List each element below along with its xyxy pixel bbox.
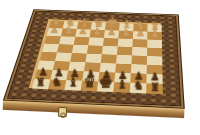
square-r4c4[interactable] <box>87 45 103 54</box>
square-r4c3[interactable] <box>72 45 88 54</box>
light-pawn[interactable]: ♟ <box>107 27 116 37</box>
square-r8c6[interactable]: ♝ <box>113 82 130 93</box>
light-pawn[interactable]: ♟ <box>50 25 59 35</box>
light-pawn[interactable]: ♟ <box>64 26 73 36</box>
square-r3c7[interactable] <box>132 39 147 48</box>
chess-board: ♜♞♝♛♚♝♞♜♟♟♟♟♟♟♟♟♟♟♟♟♟♟♟♟♜♞♝♛♚♝♞♜ <box>4 10 183 108</box>
square-r3c4[interactable] <box>88 37 104 46</box>
light-pawn[interactable]: ♟ <box>150 29 159 39</box>
square-r3c6[interactable] <box>118 38 133 47</box>
square-r5c7[interactable] <box>131 55 147 64</box>
light-pawn[interactable]: ♟ <box>136 29 145 39</box>
dark-bishop[interactable]: ♝ <box>67 76 78 89</box>
square-r4c8[interactable] <box>147 48 162 57</box>
light-pawn[interactable]: ♟ <box>78 26 87 36</box>
square-r4c7[interactable] <box>132 47 147 56</box>
square-r8c5[interactable]: ♚ <box>97 81 114 92</box>
photo-scene: ♜♞♝♛♚♝♞♜♟♟♟♟♟♟♟♟♟♟♟♟♟♟♟♟♜♞♝♛♚♝♞♜ <box>0 0 200 135</box>
square-r5c3[interactable] <box>70 53 87 62</box>
square-r8c4[interactable]: ♛ <box>81 81 99 92</box>
square-r8c8[interactable]: ♜ <box>146 84 163 95</box>
clasp-latch[interactable] <box>58 107 67 117</box>
square-r4c6[interactable] <box>117 46 133 55</box>
dark-rook[interactable]: ♜ <box>149 81 159 93</box>
square-r3c3[interactable] <box>74 37 90 46</box>
dark-rook[interactable]: ♜ <box>35 76 45 87</box>
clasp-ring-icon <box>60 112 66 118</box>
light-pawn[interactable]: ♟ <box>121 28 130 38</box>
dark-knight[interactable]: ♞ <box>51 76 62 88</box>
square-r3c1[interactable] <box>44 36 60 44</box>
square-r4c5[interactable] <box>102 46 118 55</box>
square-r8c3[interactable]: ♝ <box>64 80 82 91</box>
field-trim: ♜♞♝♛♚♝♞♜♟♟♟♟♟♟♟♟♟♟♟♟♟♟♟♟♜♞♝♛♚♝♞♜ <box>28 19 163 95</box>
dark-king[interactable]: ♚ <box>98 75 112 91</box>
dark-bishop[interactable]: ♝ <box>116 79 127 92</box>
squares-grid: ♜♞♝♛♚♝♞♜♟♟♟♟♟♟♟♟♟♟♟♟♟♟♟♟♜♞♝♛♚♝♞♜ <box>32 21 163 95</box>
dark-knight[interactable]: ♞ <box>133 80 144 92</box>
light-pawn[interactable]: ♟ <box>93 27 102 37</box>
square-r8c7[interactable]: ♞ <box>130 83 147 94</box>
dark-queen[interactable]: ♛ <box>83 76 96 90</box>
carved-frame: ♜♞♝♛♚♝♞♜♟♟♟♟♟♟♟♟♟♟♟♟♟♟♟♟♜♞♝♛♚♝♞♜ <box>4 10 183 108</box>
square-r5c6[interactable] <box>116 55 132 64</box>
